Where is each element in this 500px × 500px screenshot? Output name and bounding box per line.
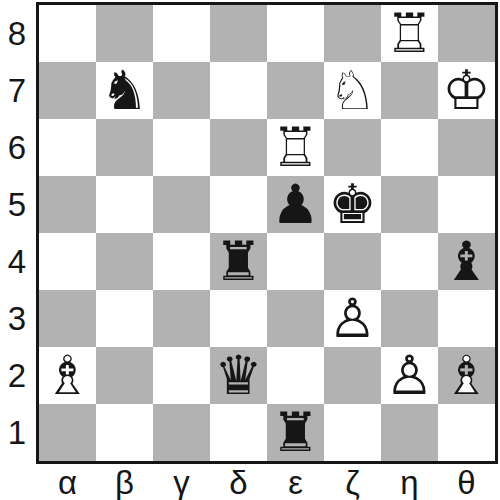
piece-glyph: ♜ (210, 233, 267, 290)
piece-glyph: ♝ (438, 233, 495, 290)
square-η3[interactable] (381, 290, 438, 347)
piece-white-rook[interactable]: ♜♖ (267, 119, 324, 176)
piece-fill-glyph: ♜ (267, 119, 324, 176)
rank-labels: 87654321 (0, 5, 34, 461)
square-γ2[interactable] (153, 347, 210, 404)
piece-glyph: ♛ (210, 347, 267, 404)
square-γ6[interactable] (153, 119, 210, 176)
file-label-β: β (96, 464, 153, 500)
square-ζ6[interactable] (324, 119, 381, 176)
square-α3[interactable] (39, 290, 96, 347)
piece-black-knight[interactable]: ♞ (96, 62, 153, 119)
rank-label-2: 2 (0, 347, 34, 404)
square-γ8[interactable] (153, 5, 210, 62)
square-δ2[interactable]: ♛ (210, 347, 267, 404)
square-α2[interactable]: ♝♗ (39, 347, 96, 404)
piece-black-rook[interactable]: ♜ (267, 404, 324, 461)
square-ζ1[interactable] (324, 404, 381, 461)
file-labels: αβγδεζηθ (39, 464, 495, 500)
square-β4[interactable] (96, 233, 153, 290)
square-δ5[interactable] (210, 176, 267, 233)
square-β1[interactable] (96, 404, 153, 461)
piece-fill-glyph: ♟ (324, 290, 381, 347)
piece-white-rook[interactable]: ♜♖ (381, 5, 438, 62)
square-η6[interactable] (381, 119, 438, 176)
chess-diagram: 87654321 ♜♖♞♞♘♚♔♜♖♟♚♜♝♟♙♝♗♛♟♙♝♗♜ αβγδεζη… (0, 0, 500, 500)
square-δ3[interactable] (210, 290, 267, 347)
square-θ8[interactable] (438, 5, 495, 62)
square-η5[interactable] (381, 176, 438, 233)
rank-label-1: 1 (0, 404, 34, 461)
square-α8[interactable] (39, 5, 96, 62)
piece-outline-glyph: ♙ (381, 347, 438, 404)
piece-white-bishop[interactable]: ♝♗ (438, 347, 495, 404)
square-γ7[interactable] (153, 62, 210, 119)
square-θ2[interactable]: ♝♗ (438, 347, 495, 404)
square-ζ2[interactable] (324, 347, 381, 404)
piece-fill-glyph: ♚ (438, 62, 495, 119)
square-α4[interactable] (39, 233, 96, 290)
square-ε2[interactable] (267, 347, 324, 404)
piece-white-king[interactable]: ♚♔ (438, 62, 495, 119)
square-ζ3[interactable]: ♟♙ (324, 290, 381, 347)
square-δ1[interactable] (210, 404, 267, 461)
square-ε6[interactable]: ♜♖ (267, 119, 324, 176)
square-θ7[interactable]: ♚♔ (438, 62, 495, 119)
piece-outline-glyph: ♖ (267, 119, 324, 176)
rank-label-7: 7 (0, 62, 34, 119)
square-ε1[interactable]: ♜ (267, 404, 324, 461)
square-θ5[interactable] (438, 176, 495, 233)
square-θ1[interactable] (438, 404, 495, 461)
piece-glyph: ♞ (96, 62, 153, 119)
piece-outline-glyph: ♗ (39, 347, 96, 404)
piece-fill-glyph: ♜ (381, 5, 438, 62)
square-η4[interactable] (381, 233, 438, 290)
square-α5[interactable] (39, 176, 96, 233)
square-ζ5[interactable]: ♚ (324, 176, 381, 233)
square-α1[interactable] (39, 404, 96, 461)
square-β7[interactable]: ♞ (96, 62, 153, 119)
square-θ6[interactable] (438, 119, 495, 176)
square-δ7[interactable] (210, 62, 267, 119)
piece-white-knight[interactable]: ♞♘ (324, 62, 381, 119)
square-η7[interactable] (381, 62, 438, 119)
square-ε8[interactable] (267, 5, 324, 62)
rank-label-4: 4 (0, 233, 34, 290)
piece-glyph: ♜ (267, 404, 324, 461)
file-label-θ: θ (438, 464, 495, 500)
piece-outline-glyph: ♗ (438, 347, 495, 404)
square-ε5[interactable]: ♟ (267, 176, 324, 233)
file-label-γ: γ (153, 464, 210, 500)
square-γ5[interactable] (153, 176, 210, 233)
square-ζ8[interactable] (324, 5, 381, 62)
piece-outline-glyph: ♔ (438, 62, 495, 119)
square-β8[interactable] (96, 5, 153, 62)
piece-glyph: ♚ (324, 176, 381, 233)
square-η8[interactable]: ♜♖ (381, 5, 438, 62)
square-β2[interactable] (96, 347, 153, 404)
piece-fill-glyph: ♞ (324, 62, 381, 119)
piece-black-rook[interactable]: ♜ (210, 233, 267, 290)
chess-board: ♜♖♞♞♘♚♔♜♖♟♚♜♝♟♙♝♗♛♟♙♝♗♜ (36, 2, 498, 464)
piece-outline-glyph: ♙ (324, 290, 381, 347)
square-δ6[interactable] (210, 119, 267, 176)
rank-label-5: 5 (0, 176, 34, 233)
piece-black-queen[interactable]: ♛ (210, 347, 267, 404)
file-label-ζ: ζ (324, 464, 381, 500)
piece-white-pawn[interactable]: ♟♙ (381, 347, 438, 404)
square-γ4[interactable] (153, 233, 210, 290)
square-α7[interactable] (39, 62, 96, 119)
square-α6[interactable] (39, 119, 96, 176)
square-β6[interactable] (96, 119, 153, 176)
file-label-δ: δ (210, 464, 267, 500)
piece-black-bishop[interactable]: ♝ (438, 233, 495, 290)
piece-fill-glyph: ♟ (381, 347, 438, 404)
square-γ3[interactable] (153, 290, 210, 347)
square-ζ4[interactable] (324, 233, 381, 290)
file-label-η: η (381, 464, 438, 500)
square-ε3[interactable] (267, 290, 324, 347)
piece-white-bishop[interactable]: ♝♗ (39, 347, 96, 404)
file-label-ε: ε (267, 464, 324, 500)
square-β3[interactable] (96, 290, 153, 347)
square-ζ7[interactable]: ♞♘ (324, 62, 381, 119)
piece-outline-glyph: ♖ (381, 5, 438, 62)
square-ε7[interactable] (267, 62, 324, 119)
rank-label-6: 6 (0, 119, 34, 176)
piece-outline-glyph: ♘ (324, 62, 381, 119)
square-δ8[interactable] (210, 5, 267, 62)
piece-white-pawn[interactable]: ♟♙ (324, 290, 381, 347)
square-γ1[interactable] (153, 404, 210, 461)
piece-black-pawn[interactable]: ♟ (267, 176, 324, 233)
square-δ4[interactable]: ♜ (210, 233, 267, 290)
piece-black-king[interactable]: ♚ (324, 176, 381, 233)
square-β5[interactable] (96, 176, 153, 233)
file-label-α: α (39, 464, 96, 500)
piece-fill-glyph: ♝ (438, 347, 495, 404)
square-θ4[interactable]: ♝ (438, 233, 495, 290)
square-θ3[interactable] (438, 290, 495, 347)
rank-label-3: 3 (0, 290, 34, 347)
rank-label-8: 8 (0, 5, 34, 62)
square-ε4[interactable] (267, 233, 324, 290)
square-η2[interactable]: ♟♙ (381, 347, 438, 404)
piece-fill-glyph: ♝ (39, 347, 96, 404)
piece-glyph: ♟ (267, 176, 324, 233)
square-η1[interactable] (381, 404, 438, 461)
